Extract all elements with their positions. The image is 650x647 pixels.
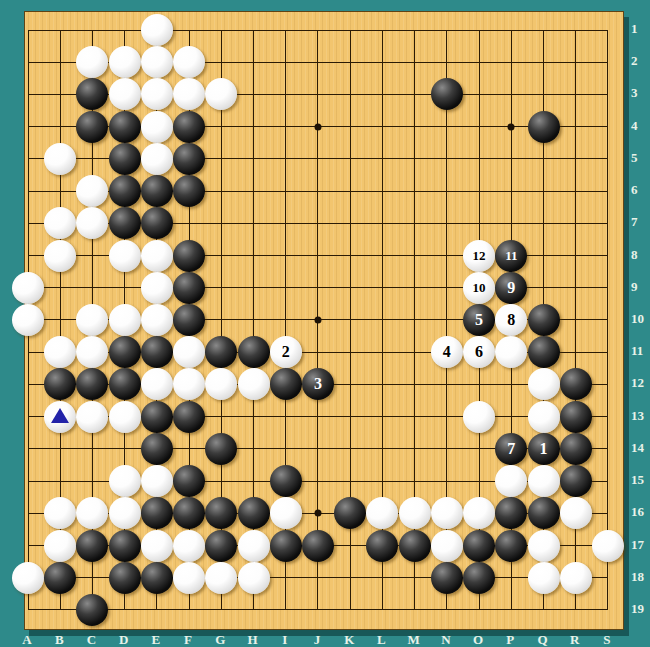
stone-white-a18[interactable] — [12, 562, 44, 594]
stone-white-e8[interactable] — [141, 240, 173, 272]
grid-line-vertical — [607, 30, 608, 610]
stone-black-f9[interactable] — [173, 272, 205, 304]
move-number-label: 12 — [473, 249, 486, 262]
column-label-c: C — [87, 632, 96, 647]
stone-white-e15[interactable] — [141, 465, 173, 497]
stone-white-s17[interactable] — [592, 530, 624, 562]
row-label-10: 10 — [631, 311, 644, 327]
stone-white-c16[interactable] — [76, 497, 108, 529]
stone-white-b5[interactable] — [44, 143, 76, 175]
stone-white-c7[interactable] — [76, 207, 108, 239]
stone-white-b8[interactable] — [44, 240, 76, 272]
stone-white-d13[interactable] — [109, 401, 141, 433]
stone-white-q15[interactable] — [528, 465, 560, 497]
row-label-1: 1 — [631, 21, 638, 37]
hoshi-point-j10 — [314, 316, 321, 323]
stone-black-f8[interactable] — [173, 240, 205, 272]
column-label-o: O — [473, 632, 483, 647]
row-label-11: 11 — [631, 343, 643, 359]
row-label-14: 14 — [631, 440, 644, 456]
stone-white-n17[interactable] — [431, 530, 463, 562]
stone-black-f16[interactable] — [173, 497, 205, 529]
stone-white-p10[interactable]: 8 — [495, 304, 527, 336]
stone-black-d11[interactable] — [109, 336, 141, 368]
column-label-l: L — [377, 632, 386, 647]
column-label-e: E — [152, 632, 161, 647]
column-label-i: I — [282, 632, 287, 647]
move-number-label: 11 — [505, 249, 517, 262]
hoshi-point-p4 — [508, 123, 515, 130]
stone-white-m16[interactable] — [399, 497, 431, 529]
stone-black-d17[interactable] — [109, 530, 141, 562]
stone-black-p16[interactable] — [495, 497, 527, 529]
stone-black-p17[interactable] — [495, 530, 527, 562]
stone-white-g18[interactable] — [205, 562, 237, 594]
stone-black-b12[interactable] — [44, 368, 76, 400]
stone-white-o8[interactable]: 12 — [463, 240, 495, 272]
stone-white-o13[interactable] — [463, 401, 495, 433]
stone-black-j12[interactable]: 3 — [302, 368, 334, 400]
stone-white-d16[interactable] — [109, 497, 141, 529]
stone-white-e1[interactable] — [141, 14, 173, 46]
stone-black-h16[interactable] — [238, 497, 270, 529]
stone-white-o11[interactable]: 6 — [463, 336, 495, 368]
move-number-label: 2 — [282, 344, 290, 360]
go-board[interactable]: 121110958246371 — [24, 11, 624, 630]
stone-black-r15[interactable] — [560, 465, 592, 497]
stone-white-r16[interactable] — [560, 497, 592, 529]
stone-white-g3[interactable] — [205, 78, 237, 110]
stone-white-i16[interactable] — [270, 497, 302, 529]
stone-black-n3[interactable] — [431, 78, 463, 110]
row-label-5: 5 — [631, 150, 638, 166]
stone-white-c2[interactable] — [76, 46, 108, 78]
stone-black-i12[interactable] — [270, 368, 302, 400]
stone-white-o16[interactable] — [463, 497, 495, 529]
stone-white-d10[interactable] — [109, 304, 141, 336]
row-label-4: 4 — [631, 118, 638, 134]
stone-black-q4[interactable] — [528, 111, 560, 143]
stone-black-e7[interactable] — [141, 207, 173, 239]
stone-black-q16[interactable] — [528, 497, 560, 529]
stone-white-h17[interactable] — [238, 530, 270, 562]
stone-black-n18[interactable] — [431, 562, 463, 594]
stone-black-j17[interactable] — [302, 530, 334, 562]
stone-black-d12[interactable] — [109, 368, 141, 400]
stone-black-q10[interactable] — [528, 304, 560, 336]
stone-black-f6[interactable] — [173, 175, 205, 207]
stone-white-h18[interactable] — [238, 562, 270, 594]
stone-black-o18[interactable] — [463, 562, 495, 594]
row-label-7: 7 — [631, 214, 638, 230]
stone-black-d18[interactable] — [109, 562, 141, 594]
stone-white-d15[interactable] — [109, 465, 141, 497]
triangle-marker-icon — [51, 408, 69, 423]
stone-white-p15[interactable] — [495, 465, 527, 497]
stone-white-g12[interactable] — [205, 368, 237, 400]
column-label-p: P — [506, 632, 514, 647]
column-label-r: R — [570, 632, 579, 647]
column-label-k: K — [344, 632, 354, 647]
column-label-h: H — [247, 632, 257, 647]
column-label-s: S — [603, 632, 610, 647]
stone-black-r14[interactable] — [560, 433, 592, 465]
column-label-b: B — [55, 632, 64, 647]
column-label-a: A — [22, 632, 31, 647]
stone-white-f2[interactable] — [173, 46, 205, 78]
stone-white-a9[interactable] — [12, 272, 44, 304]
stone-white-c13[interactable] — [76, 401, 108, 433]
stone-white-q17[interactable] — [528, 530, 560, 562]
stone-white-f18[interactable] — [173, 562, 205, 594]
stone-white-f17[interactable] — [173, 530, 205, 562]
row-label-9: 9 — [631, 279, 638, 295]
stone-white-h12[interactable] — [238, 368, 270, 400]
stone-black-e6[interactable] — [141, 175, 173, 207]
move-number-label: 10 — [473, 281, 486, 294]
row-label-19: 19 — [631, 601, 644, 617]
row-label-3: 3 — [631, 85, 638, 101]
stone-black-g14[interactable] — [205, 433, 237, 465]
stone-white-r18[interactable] — [560, 562, 592, 594]
stone-black-c4[interactable] — [76, 111, 108, 143]
stone-black-r12[interactable] — [560, 368, 592, 400]
stone-black-q14[interactable]: 1 — [528, 433, 560, 465]
stone-black-f10[interactable] — [173, 304, 205, 336]
grid-line-horizontal — [28, 609, 608, 610]
row-label-8: 8 — [631, 247, 638, 263]
stone-white-d3[interactable] — [109, 78, 141, 110]
row-label-17: 17 — [631, 537, 644, 553]
stone-white-e12[interactable] — [141, 368, 173, 400]
stone-white-l16[interactable] — [366, 497, 398, 529]
stone-white-b11[interactable] — [44, 336, 76, 368]
move-number-label: 4 — [443, 344, 451, 360]
stone-black-d6[interactable] — [109, 175, 141, 207]
row-label-12: 12 — [631, 375, 644, 391]
stone-black-f5[interactable] — [173, 143, 205, 175]
stone-white-e2[interactable] — [141, 46, 173, 78]
stone-white-f3[interactable] — [173, 78, 205, 110]
row-label-13: 13 — [631, 408, 644, 424]
stone-black-o10[interactable]: 5 — [463, 304, 495, 336]
move-number-label: 7 — [507, 441, 515, 457]
stone-white-e5[interactable] — [141, 143, 173, 175]
stone-black-d5[interactable] — [109, 143, 141, 175]
stone-white-c6[interactable] — [76, 175, 108, 207]
column-label-q: Q — [537, 632, 547, 647]
row-label-16: 16 — [631, 504, 644, 520]
column-label-j: J — [314, 632, 321, 647]
stone-black-b18[interactable] — [44, 562, 76, 594]
stone-black-e18[interactable] — [141, 562, 173, 594]
stone-black-e11[interactable] — [141, 336, 173, 368]
stone-black-e13[interactable] — [141, 401, 173, 433]
stone-white-q18[interactable] — [528, 562, 560, 594]
column-label-d: D — [119, 632, 128, 647]
stone-black-i15[interactable] — [270, 465, 302, 497]
stone-white-e9[interactable] — [141, 272, 173, 304]
stone-white-e4[interactable] — [141, 111, 173, 143]
go-board-app: 121110958246371 ABCDEFGHIJKLMNOPQRS12345… — [0, 0, 650, 647]
stone-black-c3[interactable] — [76, 78, 108, 110]
stone-black-e14[interactable] — [141, 433, 173, 465]
column-label-m: M — [407, 632, 419, 647]
stone-black-p9[interactable]: 9 — [495, 272, 527, 304]
stone-black-l17[interactable] — [366, 530, 398, 562]
stone-white-b17[interactable] — [44, 530, 76, 562]
stone-black-f15[interactable] — [173, 465, 205, 497]
hoshi-point-j4 — [314, 123, 321, 130]
stone-white-d8[interactable] — [109, 240, 141, 272]
column-label-f: F — [184, 632, 192, 647]
stone-white-d2[interactable] — [109, 46, 141, 78]
stone-black-p8[interactable]: 11 — [495, 240, 527, 272]
move-number-label: 5 — [475, 312, 483, 328]
stone-black-c17[interactable] — [76, 530, 108, 562]
stone-white-b16[interactable] — [44, 497, 76, 529]
stone-white-e17[interactable] — [141, 530, 173, 562]
stone-white-e3[interactable] — [141, 78, 173, 110]
stone-black-d7[interactable] — [109, 207, 141, 239]
move-number-label: 6 — [475, 344, 483, 360]
stone-white-n16[interactable] — [431, 497, 463, 529]
stone-white-i11[interactable]: 2 — [270, 336, 302, 368]
stone-black-m17[interactable] — [399, 530, 431, 562]
move-number-label: 8 — [507, 312, 515, 328]
stone-black-d4[interactable] — [109, 111, 141, 143]
stone-black-e16[interactable] — [141, 497, 173, 529]
stone-white-q13[interactable] — [528, 401, 560, 433]
column-label-n: N — [441, 632, 450, 647]
stone-black-q11[interactable] — [528, 336, 560, 368]
hoshi-point-j16 — [314, 510, 321, 517]
stone-black-i17[interactable] — [270, 530, 302, 562]
stone-white-p11[interactable] — [495, 336, 527, 368]
stone-black-h11[interactable] — [238, 336, 270, 368]
stone-black-o17[interactable] — [463, 530, 495, 562]
row-label-6: 6 — [631, 182, 638, 198]
stone-white-c11[interactable] — [76, 336, 108, 368]
stone-black-c19[interactable] — [76, 594, 108, 626]
stone-white-o9[interactable]: 10 — [463, 272, 495, 304]
row-label-18: 18 — [631, 569, 644, 585]
stone-black-g16[interactable] — [205, 497, 237, 529]
stone-white-f12[interactable] — [173, 368, 205, 400]
stone-black-r13[interactable] — [560, 401, 592, 433]
stone-white-c10[interactable] — [76, 304, 108, 336]
stone-white-q12[interactable] — [528, 368, 560, 400]
move-number-label: 1 — [540, 441, 548, 457]
stone-black-k16[interactable] — [334, 497, 366, 529]
stone-black-f13[interactable] — [173, 401, 205, 433]
stone-black-g17[interactable] — [205, 530, 237, 562]
row-label-2: 2 — [631, 53, 638, 69]
stone-black-f4[interactable] — [173, 111, 205, 143]
column-label-g: G — [215, 632, 225, 647]
stone-black-p14[interactable]: 7 — [495, 433, 527, 465]
stone-white-f11[interactable] — [173, 336, 205, 368]
move-number-label: 9 — [507, 280, 515, 296]
stone-white-e10[interactable] — [141, 304, 173, 336]
stone-white-n11[interactable]: 4 — [431, 336, 463, 368]
row-label-15: 15 — [631, 472, 644, 488]
stone-black-c12[interactable] — [76, 368, 108, 400]
stone-white-a10[interactable] — [12, 304, 44, 336]
stone-black-g11[interactable] — [205, 336, 237, 368]
stone-white-b13[interactable] — [44, 401, 76, 433]
stone-white-b7[interactable] — [44, 207, 76, 239]
move-number-label: 3 — [314, 376, 322, 392]
